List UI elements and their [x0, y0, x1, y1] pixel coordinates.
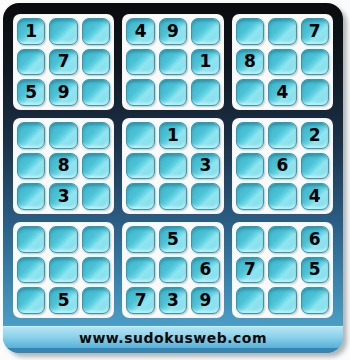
cell-r2c4[interactable]	[126, 49, 154, 76]
cell-r3c4[interactable]	[126, 79, 154, 106]
cell-r8c4[interactable]	[126, 257, 154, 284]
cell-r5c8[interactable]: 6	[268, 153, 296, 180]
cell-r8c9[interactable]: 5	[301, 257, 329, 284]
cell-r6c2[interactable]: 3	[49, 183, 77, 210]
cell-r7c7[interactable]	[236, 226, 264, 253]
cell-r6c6[interactable]	[191, 183, 219, 210]
cell-r1c6[interactable]	[191, 18, 219, 45]
cell-r1c4[interactable]: 4	[126, 18, 154, 45]
cell-r4c9[interactable]: 2	[301, 122, 329, 149]
cell-r4c7[interactable]	[236, 122, 264, 149]
cell-r3c5[interactable]	[159, 79, 187, 106]
cell-r5c6[interactable]: 3	[191, 153, 219, 180]
cell-r2c5[interactable]	[159, 49, 187, 76]
cell-r2c7[interactable]: 8	[236, 49, 264, 76]
cell-r1c8[interactable]	[268, 18, 296, 45]
box-3: 784	[232, 14, 333, 110]
cell-r9c9[interactable]	[301, 287, 329, 314]
cell-r1c7[interactable]	[236, 18, 264, 45]
cell-r1c2[interactable]	[49, 18, 77, 45]
cell-r9c3[interactable]	[82, 287, 110, 314]
cell-r8c5[interactable]	[159, 257, 187, 284]
cell-r9c2[interactable]: 5	[49, 287, 77, 314]
cell-r3c3[interactable]	[82, 79, 110, 106]
cell-r8c2[interactable]	[49, 257, 77, 284]
cell-r5c4[interactable]	[126, 153, 154, 180]
box-2: 491	[122, 14, 223, 110]
cell-r9c6[interactable]: 9	[191, 287, 219, 314]
box-5: 13	[122, 118, 223, 214]
cell-r7c8[interactable]	[268, 226, 296, 253]
cell-r9c8[interactable]	[268, 287, 296, 314]
sudoku-screenshot: 17594917848313264556739675 www.sudokuswe…	[0, 0, 350, 360]
cell-r7c2[interactable]	[49, 226, 77, 253]
cell-r4c4[interactable]	[126, 122, 154, 149]
cell-r2c3[interactable]	[82, 49, 110, 76]
footer-rim	[3, 348, 343, 353]
cell-r4c6[interactable]	[191, 122, 219, 149]
cell-r7c4[interactable]	[126, 226, 154, 253]
cell-r1c1[interactable]: 1	[17, 18, 45, 45]
cell-r2c8[interactable]	[268, 49, 296, 76]
cell-r8c1[interactable]	[17, 257, 45, 284]
cell-r4c2[interactable]	[49, 122, 77, 149]
cell-r9c4[interactable]: 7	[126, 287, 154, 314]
cell-r7c5[interactable]: 5	[159, 226, 187, 253]
site-url: www.sudokusweb.com	[79, 330, 267, 346]
cell-r1c9[interactable]: 7	[301, 18, 329, 45]
cell-r5c2[interactable]: 8	[49, 153, 77, 180]
cell-r3c6[interactable]	[191, 79, 219, 106]
box-7: 5	[13, 222, 114, 318]
cell-r3c8[interactable]: 4	[268, 79, 296, 106]
box-8: 56739	[122, 222, 223, 318]
cell-r6c5[interactable]	[159, 183, 187, 210]
cell-r5c9[interactable]	[301, 153, 329, 180]
cell-r6c9[interactable]: 4	[301, 183, 329, 210]
cell-r3c9[interactable]	[301, 79, 329, 106]
cell-r6c1[interactable]	[17, 183, 45, 210]
cell-r3c7[interactable]	[236, 79, 264, 106]
cell-r4c8[interactable]	[268, 122, 296, 149]
cell-r2c2[interactable]: 7	[49, 49, 77, 76]
board-frame: 17594917848313264556739675 www.sudokuswe…	[3, 3, 343, 353]
cell-r1c5[interactable]: 9	[159, 18, 187, 45]
cell-r8c6[interactable]: 6	[191, 257, 219, 284]
cell-r7c9[interactable]: 6	[301, 226, 329, 253]
cell-r5c7[interactable]	[236, 153, 264, 180]
cell-r5c1[interactable]	[17, 153, 45, 180]
cell-r5c5[interactable]	[159, 153, 187, 180]
cell-r6c8[interactable]	[268, 183, 296, 210]
cell-r7c6[interactable]	[191, 226, 219, 253]
cell-r9c5[interactable]: 3	[159, 287, 187, 314]
footer-band: www.sudokusweb.com	[3, 326, 343, 348]
cell-r6c4[interactable]	[126, 183, 154, 210]
cell-r2c1[interactable]	[17, 49, 45, 76]
box-4: 83	[13, 118, 114, 214]
cell-r4c1[interactable]	[17, 122, 45, 149]
cell-r9c7[interactable]	[236, 287, 264, 314]
box-9: 675	[232, 222, 333, 318]
cell-r3c1[interactable]: 5	[17, 79, 45, 106]
cell-r7c3[interactable]	[82, 226, 110, 253]
sudoku-board: 17594917848313264556739675	[13, 14, 333, 318]
cell-r7c1[interactable]	[17, 226, 45, 253]
cell-r6c3[interactable]	[82, 183, 110, 210]
cell-r5c3[interactable]	[82, 153, 110, 180]
cell-r9c1[interactable]	[17, 287, 45, 314]
cell-r8c8[interactable]	[268, 257, 296, 284]
box-6: 264	[232, 118, 333, 214]
cell-r4c5[interactable]: 1	[159, 122, 187, 149]
box-1: 1759	[13, 14, 114, 110]
cell-r2c6[interactable]: 1	[191, 49, 219, 76]
cell-r8c3[interactable]	[82, 257, 110, 284]
cell-r6c7[interactable]	[236, 183, 264, 210]
cell-r3c2[interactable]: 9	[49, 79, 77, 106]
cell-r2c9[interactable]	[301, 49, 329, 76]
cell-r4c3[interactable]	[82, 122, 110, 149]
cell-r1c3[interactable]	[82, 18, 110, 45]
cell-r8c7[interactable]: 7	[236, 257, 264, 284]
